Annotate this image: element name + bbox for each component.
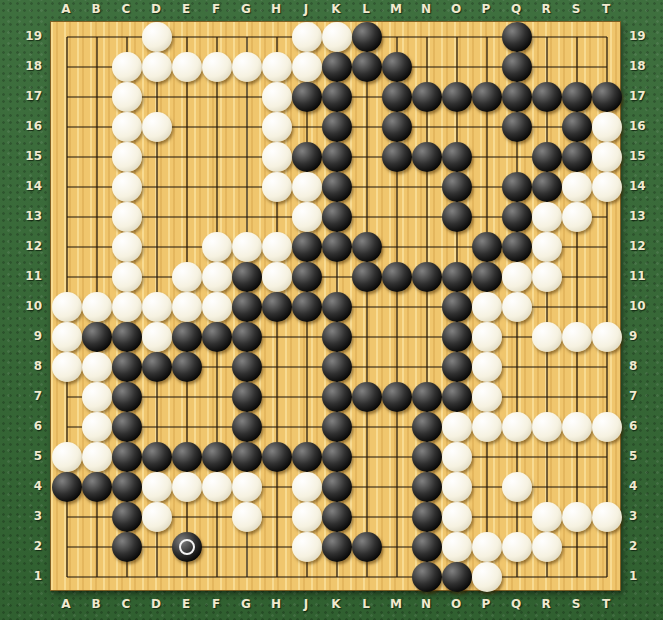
row-label: 9 — [8, 327, 42, 345]
row-label: 9 — [629, 327, 663, 345]
row-label: 13 — [8, 207, 42, 225]
white-stone-C15 — [112, 142, 142, 172]
column-label: N — [411, 595, 441, 613]
black-stone-H10 — [262, 292, 292, 322]
white-stone-C16 — [112, 112, 142, 142]
black-stone-P12 — [472, 232, 502, 262]
white-stone-B5 — [82, 442, 112, 472]
go-board[interactable] — [50, 21, 621, 591]
white-stone-D4 — [142, 472, 172, 502]
white-stone-T9 — [592, 322, 622, 352]
row-label: 6 — [629, 417, 663, 435]
white-stone-S9 — [562, 322, 592, 352]
black-stone-L18 — [352, 52, 382, 82]
black-stone-A4 — [52, 472, 82, 502]
black-stone-M7 — [382, 382, 412, 412]
row-label: 11 — [629, 267, 663, 285]
black-stone-K5 — [322, 442, 352, 472]
white-stone-H12 — [262, 232, 292, 262]
white-stone-P6 — [472, 412, 502, 442]
black-stone-G5 — [232, 442, 262, 472]
column-label: L — [351, 0, 381, 18]
column-label: M — [381, 595, 411, 613]
row-label: 10 — [8, 297, 42, 315]
white-stone-R6 — [532, 412, 562, 442]
white-stone-H18 — [262, 52, 292, 82]
black-stone-G7 — [232, 382, 262, 412]
white-stone-D10 — [142, 292, 172, 322]
white-stone-T6 — [592, 412, 622, 442]
black-stone-M17 — [382, 82, 412, 112]
black-stone-K15 — [322, 142, 352, 172]
white-stone-E10 — [172, 292, 202, 322]
row-label: 4 — [629, 477, 663, 495]
board-frame: ABCDEFGHJKLMNOPQRST ABCDEFGHJKLMNOPQRST … — [0, 0, 663, 620]
row-label: 3 — [629, 507, 663, 525]
column-label: G — [231, 595, 261, 613]
white-stone-Q10 — [502, 292, 532, 322]
black-stone-O1 — [442, 562, 472, 592]
column-label: B — [81, 595, 111, 613]
black-stone-B9 — [82, 322, 112, 352]
column-label: R — [531, 0, 561, 18]
black-stone-F9 — [202, 322, 232, 352]
black-stone-K7 — [322, 382, 352, 412]
column-label: P — [471, 0, 501, 18]
white-stone-Q6 — [502, 412, 532, 442]
white-stone-T3 — [592, 502, 622, 532]
black-stone-C6 — [112, 412, 142, 442]
row-label: 2 — [629, 537, 663, 555]
white-stone-J18 — [292, 52, 322, 82]
black-stone-D5 — [142, 442, 172, 472]
black-stone-N1 — [412, 562, 442, 592]
black-stone-E8 — [172, 352, 202, 382]
black-stone-J10 — [292, 292, 322, 322]
black-stone-L2 — [352, 532, 382, 562]
black-stone-C3 — [112, 502, 142, 532]
white-stone-Q11 — [502, 262, 532, 292]
row-label: 17 — [629, 87, 663, 105]
row-label: 14 — [8, 177, 42, 195]
black-stone-G8 — [232, 352, 262, 382]
black-stone-N2 — [412, 532, 442, 562]
column-label: N — [411, 0, 441, 18]
column-label: E — [171, 0, 201, 18]
row-label: 13 — [629, 207, 663, 225]
column-label: G — [231, 0, 261, 18]
white-stone-S6 — [562, 412, 592, 442]
black-stone-H5 — [262, 442, 292, 472]
white-stone-R2 — [532, 532, 562, 562]
white-stone-E18 — [172, 52, 202, 82]
row-label: 19 — [629, 27, 663, 45]
white-stone-A8 — [52, 352, 82, 382]
black-stone-O11 — [442, 262, 472, 292]
column-label: K — [321, 595, 351, 613]
row-label: 17 — [8, 87, 42, 105]
column-label: D — [141, 595, 171, 613]
black-stone-J12 — [292, 232, 322, 262]
black-stone-E5 — [172, 442, 202, 472]
black-stone-C5 — [112, 442, 142, 472]
white-stone-C13 — [112, 202, 142, 232]
white-stone-F4 — [202, 472, 232, 502]
row-label: 3 — [8, 507, 42, 525]
white-stone-S13 — [562, 202, 592, 232]
black-stone-D8 — [142, 352, 172, 382]
white-stone-E11 — [172, 262, 202, 292]
white-stone-C10 — [112, 292, 142, 322]
column-label: D — [141, 0, 171, 18]
column-label: S — [561, 0, 591, 18]
black-stone-L7 — [352, 382, 382, 412]
black-stone-Q13 — [502, 202, 532, 232]
row-label: 19 — [8, 27, 42, 45]
column-label: T — [591, 0, 621, 18]
black-stone-K10 — [322, 292, 352, 322]
black-stone-C8 — [112, 352, 142, 382]
white-stone-J4 — [292, 472, 322, 502]
white-stone-H11 — [262, 262, 292, 292]
column-label: A — [51, 595, 81, 613]
black-stone-R14 — [532, 172, 562, 202]
column-label: J — [291, 595, 321, 613]
white-stone-P9 — [472, 322, 502, 352]
white-stone-R12 — [532, 232, 562, 262]
black-stone-K12 — [322, 232, 352, 262]
row-label: 14 — [629, 177, 663, 195]
column-label: C — [111, 595, 141, 613]
white-stone-P8 — [472, 352, 502, 382]
black-stone-K3 — [322, 502, 352, 532]
white-stone-R3 — [532, 502, 562, 532]
row-label: 12 — [629, 237, 663, 255]
row-label: 4 — [8, 477, 42, 495]
white-stone-D9 — [142, 322, 172, 352]
black-stone-L19 — [352, 22, 382, 52]
column-label: F — [201, 0, 231, 18]
black-stone-C4 — [112, 472, 142, 502]
white-stone-O6 — [442, 412, 472, 442]
column-label: A — [51, 0, 81, 18]
row-label: 6 — [8, 417, 42, 435]
column-label: H — [261, 595, 291, 613]
white-stone-A9 — [52, 322, 82, 352]
white-stone-T15 — [592, 142, 622, 172]
white-stone-P1 — [472, 562, 502, 592]
white-stone-H17 — [262, 82, 292, 112]
white-stone-F11 — [202, 262, 232, 292]
row-label: 5 — [8, 447, 42, 465]
white-stone-H15 — [262, 142, 292, 172]
white-stone-H16 — [262, 112, 292, 142]
white-stone-D16 — [142, 112, 172, 142]
black-stone-N15 — [412, 142, 442, 172]
white-stone-A10 — [52, 292, 82, 322]
black-stone-B4 — [82, 472, 112, 502]
black-stone-G11 — [232, 262, 262, 292]
column-label: O — [441, 0, 471, 18]
row-label: 18 — [629, 57, 663, 75]
row-label: 5 — [629, 447, 663, 465]
black-stone-N6 — [412, 412, 442, 442]
black-stone-K18 — [322, 52, 352, 82]
row-label: 7 — [629, 387, 663, 405]
white-stone-C14 — [112, 172, 142, 202]
black-stone-J5 — [292, 442, 322, 472]
black-stone-K6 — [322, 412, 352, 442]
white-stone-O4 — [442, 472, 472, 502]
black-stone-Q17 — [502, 82, 532, 112]
white-stone-P10 — [472, 292, 502, 322]
white-stone-J3 — [292, 502, 322, 532]
row-label: 8 — [8, 357, 42, 375]
white-stone-O2 — [442, 532, 472, 562]
row-label: 10 — [629, 297, 663, 315]
white-stone-S3 — [562, 502, 592, 532]
black-stone-O8 — [442, 352, 472, 382]
black-stone-S15 — [562, 142, 592, 172]
black-stone-O7 — [442, 382, 472, 412]
white-stone-K19 — [322, 22, 352, 52]
white-stone-G18 — [232, 52, 262, 82]
black-stone-K8 — [322, 352, 352, 382]
white-stone-F10 — [202, 292, 232, 322]
column-label: J — [291, 0, 321, 18]
black-stone-O9 — [442, 322, 472, 352]
black-stone-G6 — [232, 412, 262, 442]
white-stone-P2 — [472, 532, 502, 562]
row-label: 18 — [8, 57, 42, 75]
column-label: P — [471, 595, 501, 613]
row-label: 7 — [8, 387, 42, 405]
row-label: 12 — [8, 237, 42, 255]
black-stone-C9 — [112, 322, 142, 352]
row-label: 1 — [629, 567, 663, 585]
black-stone-M11 — [382, 262, 412, 292]
black-stone-S16 — [562, 112, 592, 142]
black-stone-L11 — [352, 262, 382, 292]
row-label: 16 — [629, 117, 663, 135]
white-stone-E4 — [172, 472, 202, 502]
row-label: 11 — [8, 267, 42, 285]
black-stone-C2 — [112, 532, 142, 562]
white-stone-D3 — [142, 502, 172, 532]
white-stone-R11 — [532, 262, 562, 292]
white-stone-T16 — [592, 112, 622, 142]
black-stone-P11 — [472, 262, 502, 292]
black-stone-P17 — [472, 82, 502, 112]
white-stone-G3 — [232, 502, 262, 532]
black-stone-N11 — [412, 262, 442, 292]
column-label: T — [591, 595, 621, 613]
black-stone-Q19 — [502, 22, 532, 52]
white-stone-C11 — [112, 262, 142, 292]
black-stone-K13 — [322, 202, 352, 232]
white-stone-G12 — [232, 232, 262, 262]
black-stone-Q18 — [502, 52, 532, 82]
column-label: C — [111, 0, 141, 18]
black-stone-K17 — [322, 82, 352, 112]
black-stone-N3 — [412, 502, 442, 532]
white-stone-D18 — [142, 52, 172, 82]
black-stone-M15 — [382, 142, 412, 172]
white-stone-B7 — [82, 382, 112, 412]
column-label: S — [561, 595, 591, 613]
white-stone-R9 — [532, 322, 562, 352]
row-label: 1 — [8, 567, 42, 585]
white-stone-Q4 — [502, 472, 532, 502]
black-stone-N4 — [412, 472, 442, 502]
column-label: R — [531, 595, 561, 613]
white-stone-D19 — [142, 22, 172, 52]
white-stone-J19 — [292, 22, 322, 52]
column-label: Q — [501, 595, 531, 613]
black-stone-J11 — [292, 262, 322, 292]
column-label: Q — [501, 0, 531, 18]
column-label: K — [321, 0, 351, 18]
white-stone-J2 — [292, 532, 322, 562]
black-stone-M16 — [382, 112, 412, 142]
black-stone-J17 — [292, 82, 322, 112]
black-stone-Q16 — [502, 112, 532, 142]
column-label: H — [261, 0, 291, 18]
black-stone-E2 — [172, 532, 202, 562]
white-stone-B8 — [82, 352, 112, 382]
black-stone-J15 — [292, 142, 322, 172]
white-stone-H14 — [262, 172, 292, 202]
black-stone-K16 — [322, 112, 352, 142]
black-stone-E9 — [172, 322, 202, 352]
white-stone-C17 — [112, 82, 142, 112]
black-stone-K2 — [322, 532, 352, 562]
row-label: 15 — [8, 147, 42, 165]
white-stone-B6 — [82, 412, 112, 442]
white-stone-J14 — [292, 172, 322, 202]
last-move-marker — [179, 539, 195, 555]
row-label: 16 — [8, 117, 42, 135]
black-stone-N5 — [412, 442, 442, 472]
white-stone-C18 — [112, 52, 142, 82]
black-stone-M18 — [382, 52, 412, 82]
white-stone-B10 — [82, 292, 112, 322]
white-stone-T14 — [592, 172, 622, 202]
black-stone-R15 — [532, 142, 562, 172]
black-stone-G9 — [232, 322, 262, 352]
black-stone-L12 — [352, 232, 382, 262]
column-label: L — [351, 595, 381, 613]
column-label: O — [441, 595, 471, 613]
black-stone-O15 — [442, 142, 472, 172]
black-stone-F5 — [202, 442, 232, 472]
black-stone-R17 — [532, 82, 562, 112]
column-label: M — [381, 0, 411, 18]
black-stone-O10 — [442, 292, 472, 322]
white-stone-G4 — [232, 472, 262, 502]
white-stone-F12 — [202, 232, 232, 262]
black-stone-O14 — [442, 172, 472, 202]
white-stone-R13 — [532, 202, 562, 232]
column-label: B — [81, 0, 111, 18]
black-stone-K9 — [322, 322, 352, 352]
column-label: E — [171, 595, 201, 613]
black-stone-O13 — [442, 202, 472, 232]
row-label: 2 — [8, 537, 42, 555]
black-stone-N7 — [412, 382, 442, 412]
black-stone-Q14 — [502, 172, 532, 202]
white-stone-Q2 — [502, 532, 532, 562]
white-stone-A5 — [52, 442, 82, 472]
black-stone-C7 — [112, 382, 142, 412]
white-stone-J13 — [292, 202, 322, 232]
white-stone-F18 — [202, 52, 232, 82]
black-stone-G10 — [232, 292, 262, 322]
black-stone-T17 — [592, 82, 622, 112]
white-stone-S14 — [562, 172, 592, 202]
black-stone-S17 — [562, 82, 592, 112]
white-stone-O3 — [442, 502, 472, 532]
white-stone-P7 — [472, 382, 502, 412]
black-stone-Q12 — [502, 232, 532, 262]
row-label: 8 — [629, 357, 663, 375]
white-stone-C12 — [112, 232, 142, 262]
black-stone-K14 — [322, 172, 352, 202]
white-stone-O5 — [442, 442, 472, 472]
black-stone-O17 — [442, 82, 472, 112]
row-label: 15 — [629, 147, 663, 165]
black-stone-N17 — [412, 82, 442, 112]
column-label: F — [201, 595, 231, 613]
black-stone-K4 — [322, 472, 352, 502]
